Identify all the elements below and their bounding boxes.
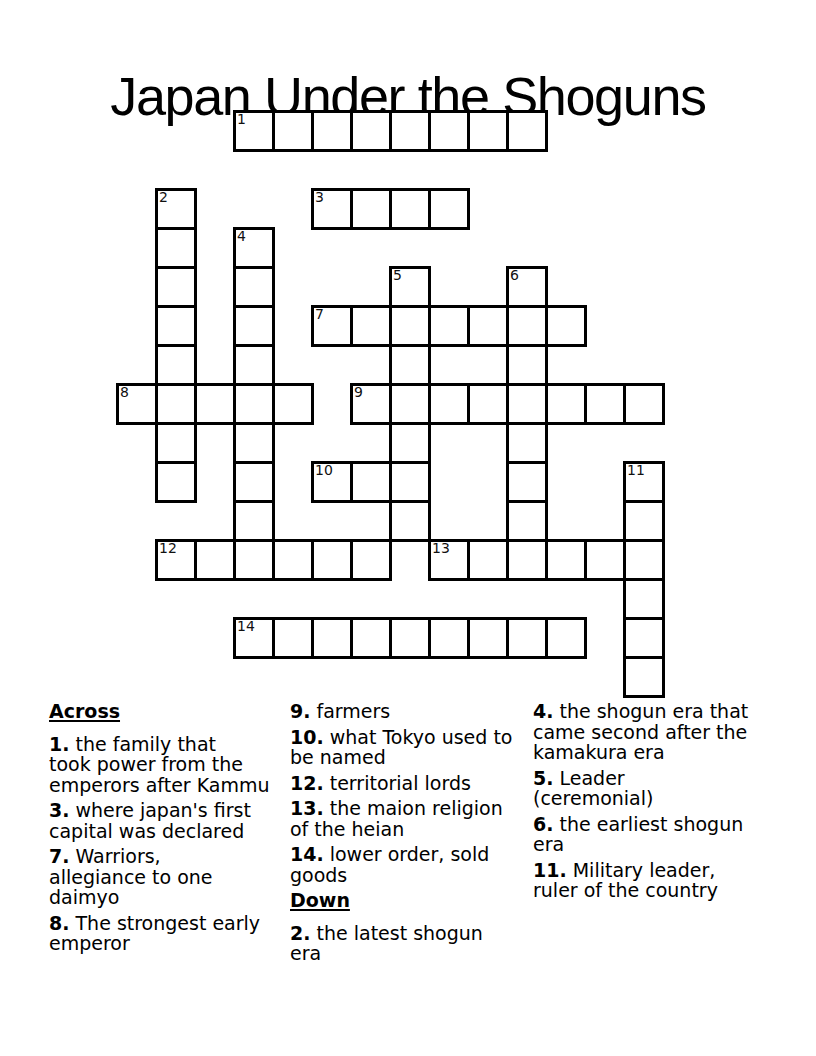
grid-cell[interactable]: 8	[116, 383, 158, 425]
grid-cell[interactable]	[350, 110, 392, 152]
grid-cell[interactable]	[623, 578, 665, 620]
clue-item-10: 10. what Tokyo used to be named	[290, 727, 542, 768]
clue-item-number: 6.	[533, 813, 553, 835]
clue-column-right: 4. the shogun era that came second after…	[533, 701, 785, 906]
grid-cell[interactable]: 9	[350, 383, 392, 425]
clue-number: 14	[237, 619, 255, 634]
grid-cell[interactable]	[584, 383, 626, 425]
clue-item-5: 5. Leader (ceremonial)	[533, 768, 785, 809]
grid-cell[interactable]	[155, 383, 197, 425]
clue-item-text: The strongest early emperor	[49, 912, 260, 955]
grid-cell[interactable]	[272, 617, 314, 659]
clue-item-number: 5.	[533, 767, 553, 789]
grid-cell[interactable]	[272, 383, 314, 425]
clue-item-8: 8. The strongest early emperor	[49, 913, 301, 954]
clue-number: 4	[237, 229, 246, 244]
grid-cell[interactable]	[389, 188, 431, 230]
clue-number: 10	[315, 463, 333, 478]
grid-cell[interactable]	[506, 617, 548, 659]
grid-cell[interactable]	[467, 110, 509, 152]
grid-cell[interactable]	[467, 383, 509, 425]
grid-cell[interactable]	[506, 500, 548, 542]
grid-cell[interactable]	[623, 500, 665, 542]
grid-cell[interactable]	[272, 539, 314, 581]
clue-item-text: farmers	[317, 700, 391, 722]
clue-item-text: territorial lords	[330, 772, 471, 794]
clue-item-text: the family that took power from the empe…	[49, 733, 270, 796]
clue-number: 3	[315, 190, 324, 205]
clue-item-text: the earliest shogun era	[533, 813, 743, 856]
clue-item-9: 9. farmers	[290, 701, 542, 722]
clue-number: 8	[120, 385, 129, 400]
clue-item-14: 14. lower order, sold goods	[290, 844, 542, 885]
clue-item-text: the latest shogun era	[290, 922, 483, 965]
grid-cell[interactable]	[350, 188, 392, 230]
clue-column-left: Across1. the family that took power from…	[49, 701, 301, 959]
grid-cell[interactable]	[155, 461, 197, 503]
grid-cell[interactable]	[506, 383, 548, 425]
grid-cell[interactable]	[233, 422, 275, 464]
grid-cell[interactable]	[155, 344, 197, 386]
clue-number: 9	[354, 385, 363, 400]
grid-cell[interactable]	[233, 539, 275, 581]
grid-cell[interactable]: 2	[155, 188, 197, 230]
grid-cell[interactable]: 7	[311, 305, 353, 347]
grid-cell[interactable]	[155, 422, 197, 464]
clue-item-number: 14.	[290, 843, 324, 865]
grid-cell[interactable]	[389, 305, 431, 347]
grid-cell[interactable]: 3	[311, 188, 353, 230]
clue-panel: Across1. the family that took power from…	[0, 701, 816, 1001]
clue-item-text: the shogun era that came second after th…	[533, 700, 748, 763]
grid-cell[interactable]	[467, 539, 509, 581]
grid-cell[interactable]	[389, 461, 431, 503]
clue-item-13: 13. the maion religion of the heian	[290, 798, 542, 839]
grid-cell[interactable]	[311, 110, 353, 152]
grid-cell[interactable]	[194, 383, 236, 425]
grid-cell[interactable]	[155, 266, 197, 308]
clue-item-number: 11.	[533, 859, 567, 881]
grid-cell[interactable]	[506, 344, 548, 386]
grid-cell[interactable]: 11	[623, 461, 665, 503]
grid-cell[interactable]: 6	[506, 266, 548, 308]
grid-cell[interactable]	[233, 500, 275, 542]
clue-item-number: 13.	[290, 797, 324, 819]
grid-cell[interactable]	[272, 110, 314, 152]
grid-cell[interactable]	[545, 539, 587, 581]
grid-cell[interactable]	[506, 422, 548, 464]
grid-cell[interactable]	[389, 617, 431, 659]
grid-cell[interactable]	[623, 539, 665, 581]
grid-cell[interactable]: 4	[233, 227, 275, 269]
grid-cell[interactable]: 5	[389, 266, 431, 308]
grid-cell[interactable]	[350, 305, 392, 347]
clue-item-number: 8.	[49, 912, 69, 934]
clue-item-12: 12. territorial lords	[290, 773, 542, 794]
clue-item-number: 9.	[290, 700, 310, 722]
grid-cell[interactable]	[623, 617, 665, 659]
clue-number: 13	[432, 541, 450, 556]
grid-cell[interactable]	[584, 539, 626, 581]
grid-cell[interactable]	[467, 305, 509, 347]
grid-cell[interactable]	[506, 539, 548, 581]
clue-number: 12	[159, 541, 177, 556]
clue-column-middle: 9. farmers10. what Tokyo used to be name…	[290, 701, 542, 969]
clue-number: 1	[237, 112, 246, 127]
clue-item-text: Warriors, allegiance to one daimyo	[49, 845, 213, 908]
clue-item-number: 7.	[49, 845, 69, 867]
grid-cell[interactable]	[428, 110, 470, 152]
grid-cell[interactable]	[623, 383, 665, 425]
grid-cell[interactable]: 14	[233, 617, 275, 659]
grid-cell[interactable]: 1	[233, 110, 275, 152]
clue-item-number: 3.	[49, 799, 69, 821]
grid-cell[interactable]	[428, 617, 470, 659]
grid-cell[interactable]	[233, 461, 275, 503]
grid-cell[interactable]	[506, 461, 548, 503]
grid-cell[interactable]	[389, 422, 431, 464]
grid-cell[interactable]	[506, 305, 548, 347]
grid-cell[interactable]	[428, 305, 470, 347]
grid-cell[interactable]	[428, 383, 470, 425]
grid-cell[interactable]	[350, 461, 392, 503]
grid-cell[interactable]	[155, 305, 197, 347]
clue-item-6: 6. the earliest shogun era	[533, 814, 785, 855]
clue-number: 5	[393, 268, 402, 283]
grid-cell[interactable]: 10	[311, 461, 353, 503]
crossword-grid: 1234567891011121314	[116, 110, 665, 698]
clue-item-number: 4.	[533, 700, 553, 722]
clue-item-number: 12.	[290, 772, 324, 794]
clue-item-text: where japan's first capital was declared	[49, 799, 251, 842]
grid-cell[interactable]	[389, 500, 431, 542]
clue-number: 6	[510, 268, 519, 283]
grid-cell[interactable]	[389, 383, 431, 425]
clue-item-4: 4. the shogun era that came second after…	[533, 701, 785, 763]
clue-item-3: 3. where japan's first capital was decla…	[49, 800, 301, 841]
grid-cell[interactable]	[428, 188, 470, 230]
grid-cell[interactable]	[233, 344, 275, 386]
clue-section-header-across: Across	[49, 701, 120, 722]
grid-cell[interactable]	[233, 266, 275, 308]
clue-number: 7	[315, 307, 324, 322]
grid-cell[interactable]	[545, 617, 587, 659]
grid-cell[interactable]	[389, 110, 431, 152]
grid-cell[interactable]	[350, 617, 392, 659]
grid-cell[interactable]: 12	[155, 539, 197, 581]
clue-item-number: 2.	[290, 922, 310, 944]
grid-cell[interactable]: 13	[428, 539, 470, 581]
grid-cell[interactable]	[311, 617, 353, 659]
clue-item-7: 7. Warriors, allegiance to one daimyo	[49, 846, 301, 908]
clue-section-header-down: Down	[290, 890, 350, 911]
grid-cell[interactable]	[467, 617, 509, 659]
grid-cell[interactable]	[623, 656, 665, 698]
grid-cell[interactable]	[506, 110, 548, 152]
grid-cell[interactable]	[350, 539, 392, 581]
grid-cell[interactable]	[233, 383, 275, 425]
clue-number: 2	[159, 190, 168, 205]
grid-cell[interactable]	[194, 539, 236, 581]
clue-item-number: 10.	[290, 726, 324, 748]
clue-item-2: 2. the latest shogun era	[290, 923, 542, 964]
grid-cell[interactable]	[233, 305, 275, 347]
clue-item-number: 1.	[49, 733, 69, 755]
grid-cell[interactable]	[545, 305, 587, 347]
clue-item-11: 11. Military leader, ruler of the countr…	[533, 860, 785, 901]
grid-cell[interactable]	[545, 383, 587, 425]
grid-cell[interactable]	[389, 344, 431, 386]
clue-item-1: 1. the family that took power from the e…	[49, 734, 301, 796]
grid-cell[interactable]	[311, 539, 353, 581]
grid-cell[interactable]	[155, 227, 197, 269]
clue-item-text: what Tokyo used to be named	[290, 726, 512, 769]
clue-number: 11	[627, 463, 645, 478]
